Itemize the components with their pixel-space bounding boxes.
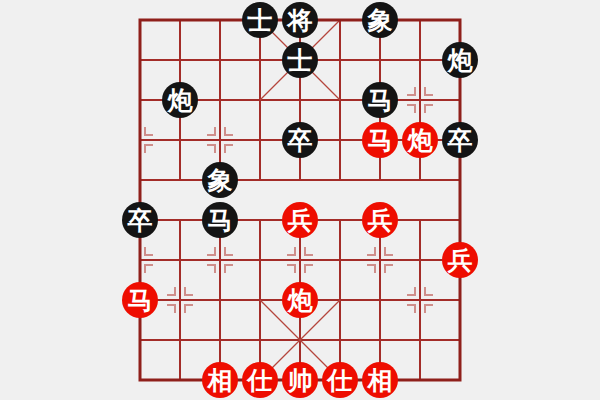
piece-red-soldier[interactable]: 兵 <box>442 242 478 278</box>
board-point-c7r5[interactable] <box>400 200 440 240</box>
board-point-c0r3[interactable] <box>120 120 160 160</box>
board-point-c8r4[interactable] <box>440 160 480 200</box>
board-point-c3r4[interactable] <box>240 160 280 200</box>
board-point-c8r3[interactable]: 卒 <box>440 120 480 160</box>
board-point-c2r6[interactable] <box>200 240 240 280</box>
board-point-c0r8[interactable] <box>120 320 160 360</box>
board-point-c1r3[interactable] <box>160 120 200 160</box>
board-point-c0r4[interactable] <box>120 160 160 200</box>
board-point-c5r4[interactable] <box>320 160 360 200</box>
piece-black-cannon[interactable]: 炮 <box>442 42 478 78</box>
piece-red-advisor[interactable]: 仕 <box>322 362 358 398</box>
board-point-c4r7[interactable]: 炮 <box>280 280 320 320</box>
board-point-c3r6[interactable] <box>240 240 280 280</box>
board-point-c3r5[interactable] <box>240 200 280 240</box>
board-point-c7r3[interactable]: 炮 <box>400 120 440 160</box>
board-point-c3r2[interactable] <box>240 80 280 120</box>
board-point-c6r9[interactable]: 相 <box>360 360 400 400</box>
board-point-c7r2[interactable] <box>400 80 440 120</box>
board-point-c0r2[interactable] <box>120 80 160 120</box>
board-point-c1r2[interactable]: 炮 <box>160 80 200 120</box>
board-point-c6r8[interactable] <box>360 320 400 360</box>
board-point-c2r2[interactable] <box>200 80 240 120</box>
piece-black-advisor[interactable]: 士 <box>242 2 278 38</box>
piece-red-elephant[interactable]: 相 <box>362 362 398 398</box>
board-point-c6r5[interactable]: 兵 <box>360 200 400 240</box>
piece-black-cannon[interactable]: 炮 <box>162 82 198 118</box>
board-point-c5r9[interactable]: 仕 <box>320 360 360 400</box>
board-point-c1r4[interactable] <box>160 160 200 200</box>
board-point-c5r3[interactable] <box>320 120 360 160</box>
board-point-c7r6[interactable] <box>400 240 440 280</box>
piece-red-soldier[interactable]: 兵 <box>362 202 398 238</box>
board-point-c8r9[interactable] <box>440 360 480 400</box>
board-points-grid: 士将象士炮炮马卒马炮卒象卒马兵兵兵马炮相仕帅仕相 <box>120 0 480 400</box>
board-point-c6r3[interactable]: 马 <box>360 120 400 160</box>
board-point-c5r7[interactable] <box>320 280 360 320</box>
board-point-c8r7[interactable] <box>440 280 480 320</box>
board-point-c2r4[interactable]: 象 <box>200 160 240 200</box>
piece-black-general[interactable]: 将 <box>282 2 318 38</box>
piece-red-soldier[interactable]: 兵 <box>282 202 318 238</box>
board-point-c3r1[interactable] <box>240 40 280 80</box>
board-point-c3r0[interactable]: 士 <box>240 0 280 40</box>
piece-black-soldier[interactable]: 卒 <box>122 202 158 238</box>
board-point-c0r5[interactable]: 卒 <box>120 200 160 240</box>
board-point-c0r1[interactable] <box>120 40 160 80</box>
board-point-c5r8[interactable] <box>320 320 360 360</box>
board-point-c8r2[interactable] <box>440 80 480 120</box>
board-point-c8r0[interactable] <box>440 0 480 40</box>
xiangqi-board: 士将象士炮炮马卒马炮卒象卒马兵兵兵马炮相仕帅仕相 <box>0 0 600 400</box>
board-point-c4r2[interactable] <box>280 80 320 120</box>
board-point-c4r3[interactable]: 卒 <box>280 120 320 160</box>
board-point-c3r8[interactable] <box>240 320 280 360</box>
piece-red-cannon[interactable]: 炮 <box>402 122 438 158</box>
xiangqi-app: 士将象士炮炮马卒马炮卒象卒马兵兵兵马炮相仕帅仕相 <box>0 0 600 400</box>
board-point-c8r6[interactable]: 兵 <box>440 240 480 280</box>
board-point-c4r0[interactable]: 将 <box>280 0 320 40</box>
board-point-c6r4[interactable] <box>360 160 400 200</box>
board-point-c7r9[interactable] <box>400 360 440 400</box>
board-point-c7r8[interactable] <box>400 320 440 360</box>
piece-black-elephant[interactable]: 象 <box>202 162 238 198</box>
board-point-c2r3[interactable] <box>200 120 240 160</box>
board-point-c0r6[interactable] <box>120 240 160 280</box>
piece-red-elephant[interactable]: 相 <box>202 362 238 398</box>
board-point-c0r9[interactable] <box>120 360 160 400</box>
piece-red-horse[interactable]: 马 <box>362 122 398 158</box>
board-point-c3r3[interactable] <box>240 120 280 160</box>
board-point-c5r1[interactable] <box>320 40 360 80</box>
board-point-c5r2[interactable] <box>320 80 360 120</box>
board-point-c6r7[interactable] <box>360 280 400 320</box>
board-point-c7r7[interactable] <box>400 280 440 320</box>
piece-red-cannon[interactable]: 炮 <box>282 282 318 318</box>
board-point-c8r5[interactable] <box>440 200 480 240</box>
board-point-c6r1[interactable] <box>360 40 400 80</box>
piece-black-soldier[interactable]: 卒 <box>282 122 318 158</box>
board-point-c5r6[interactable] <box>320 240 360 280</box>
board-point-c6r0[interactable]: 象 <box>360 0 400 40</box>
board-point-c4r6[interactable] <box>280 240 320 280</box>
board-point-c7r4[interactable] <box>400 160 440 200</box>
board-point-c4r5[interactable]: 兵 <box>280 200 320 240</box>
board-point-c0r7[interactable]: 马 <box>120 280 160 320</box>
board-point-c1r6[interactable] <box>160 240 200 280</box>
board-point-c7r0[interactable] <box>400 0 440 40</box>
board-point-c8r8[interactable] <box>440 320 480 360</box>
piece-black-horse[interactable]: 马 <box>202 202 238 238</box>
board-point-c0r0[interactable] <box>120 0 160 40</box>
piece-red-horse[interactable]: 马 <box>122 282 158 318</box>
board-point-c3r9[interactable]: 仕 <box>240 360 280 400</box>
board-point-c6r6[interactable] <box>360 240 400 280</box>
board-point-c2r1[interactable] <box>200 40 240 80</box>
board-point-c1r8[interactable] <box>160 320 200 360</box>
board-point-c1r0[interactable] <box>160 0 200 40</box>
board-point-c1r1[interactable] <box>160 40 200 80</box>
board-point-c5r5[interactable] <box>320 200 360 240</box>
board-point-c2r9[interactable]: 相 <box>200 360 240 400</box>
piece-black-soldier[interactable]: 卒 <box>442 122 478 158</box>
board-point-c2r7[interactable] <box>200 280 240 320</box>
board-point-c2r8[interactable] <box>200 320 240 360</box>
board-point-c4r9[interactable]: 帅 <box>280 360 320 400</box>
board-point-c2r5[interactable]: 马 <box>200 200 240 240</box>
board-point-c1r7[interactable] <box>160 280 200 320</box>
board-point-c1r5[interactable] <box>160 200 200 240</box>
board-point-c7r1[interactable] <box>400 40 440 80</box>
board-point-c1r9[interactable] <box>160 360 200 400</box>
board-point-c3r7[interactable] <box>240 280 280 320</box>
board-point-c2r0[interactable] <box>200 0 240 40</box>
board-point-c4r4[interactable] <box>280 160 320 200</box>
board-point-c4r8[interactable] <box>280 320 320 360</box>
board-point-c8r1[interactable]: 炮 <box>440 40 480 80</box>
piece-black-horse[interactable]: 马 <box>362 82 398 118</box>
board-point-c5r0[interactable] <box>320 0 360 40</box>
board-point-c6r2[interactable]: 马 <box>360 80 400 120</box>
piece-red-general[interactable]: 帅 <box>282 362 318 398</box>
board-point-c4r1[interactable]: 士 <box>280 40 320 80</box>
piece-red-advisor[interactable]: 仕 <box>242 362 278 398</box>
piece-black-elephant[interactable]: 象 <box>362 2 398 38</box>
piece-black-advisor[interactable]: 士 <box>282 42 318 78</box>
